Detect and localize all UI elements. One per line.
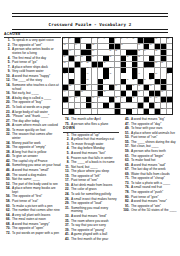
cell-number: 72: [98, 97, 100, 99]
grid-cell[interactable]: [69, 62, 74, 67]
cell-number: 38: [161, 62, 163, 64]
grid-cell-black: [132, 56, 137, 61]
grid-cell[interactable]: 60: [115, 85, 120, 90]
grid-cell[interactable]: [167, 62, 172, 67]
cell-number: 11: [155, 38, 157, 40]
cell-number: 54: [127, 79, 129, 81]
grid-cell[interactable]: [109, 91, 114, 96]
grid-cell[interactable]: [167, 50, 172, 55]
grid-cell-black: [121, 62, 126, 67]
cell-number: 2: [69, 38, 70, 40]
clue-number: 43.: [63, 238, 70, 242]
grid-cell[interactable]: 58: [69, 85, 74, 90]
grid-cell[interactable]: [63, 79, 68, 84]
grid-cell[interactable]: [149, 109, 154, 114]
grid-cell-black: [81, 73, 86, 78]
grid-cell[interactable]: [98, 109, 103, 114]
grid-cell[interactable]: 69: [69, 97, 74, 102]
cell-number: 25: [155, 50, 157, 52]
cell-number: 52: [86, 79, 88, 81]
cell-number: 59: [86, 85, 88, 87]
cell-number: 86: [132, 108, 134, 110]
grid-cell[interactable]: [86, 91, 91, 96]
cell-number: 23: [138, 50, 140, 52]
grid-cell[interactable]: 41: [92, 68, 97, 73]
clue-text: To put words on paper with a pen: [12, 232, 61, 236]
grid-cell-black: [144, 85, 149, 90]
grid-cell-black: [126, 97, 131, 102]
grid-cell[interactable]: [81, 97, 86, 102]
grid-cell[interactable]: [81, 109, 86, 114]
grid-cell[interactable]: 67: [138, 91, 143, 96]
grid-cell-black: [86, 50, 91, 55]
cell-number: 41: [92, 67, 94, 69]
grid-cell-black: [98, 79, 103, 84]
grid-cell-black: [138, 103, 143, 108]
grid-cell-black: [115, 103, 120, 108]
clue-column-3: 45.A word that means "big"47.The opposit…: [123, 118, 178, 214]
grid-cell-black: [161, 79, 166, 84]
page-title: Crossword Puzzle - Vocabulary 2: [12, 22, 168, 27]
cell-number: 71: [92, 97, 94, 99]
cell-number: 84: [167, 102, 169, 104]
cell-number: 75: [132, 97, 134, 99]
grid-cell[interactable]: [98, 44, 103, 49]
grid-cell[interactable]: 22: [115, 50, 120, 55]
grid-cell[interactable]: 11: [155, 38, 160, 43]
grid-cell-black: [81, 79, 86, 84]
cell-number: 24: [144, 50, 146, 52]
grid-cell[interactable]: 80: [109, 103, 114, 108]
cell-number: 64: [63, 91, 65, 93]
cell-number: 49: [138, 73, 140, 75]
grid-cell-black: [86, 44, 91, 49]
cell-number: 28: [81, 56, 83, 58]
crossword-grid: 1234567891011121314151617181920212223242…: [62, 37, 173, 115]
grid-cell-black: [69, 109, 74, 114]
grid-cell[interactable]: [92, 79, 97, 84]
grid-cell[interactable]: 7: [115, 38, 120, 43]
grid-cell[interactable]: 61: [132, 85, 137, 90]
grid-cell[interactable]: 70: [75, 97, 80, 102]
cell-number: 21: [109, 50, 111, 52]
clue-item: 43.The first month of the year: [63, 238, 119, 242]
cell-number: 65: [81, 91, 83, 93]
cell-number: 61: [132, 85, 134, 87]
cell-number: 45: [144, 67, 146, 69]
grid-cell[interactable]: [161, 68, 166, 73]
grid-cell[interactable]: [161, 73, 166, 78]
cell-number: 16: [121, 44, 123, 46]
grid-cell[interactable]: [144, 103, 149, 108]
grid-cell[interactable]: [115, 73, 120, 78]
cell-number: 18: [150, 44, 152, 46]
cell-number: 67: [138, 91, 140, 93]
cell-number: 63: [150, 85, 152, 87]
cell-number: 33: [63, 62, 65, 64]
clue-text: The season that comes after winter: [12, 133, 61, 140]
cell-number: 8: [121, 38, 122, 40]
grid-cell[interactable]: 64: [63, 91, 68, 96]
clue-column-1: ACROSS 1.To speak in a very quiet voice2…: [4, 33, 61, 236]
grid-cell[interactable]: [121, 73, 126, 78]
grid-cell[interactable]: 45: [144, 68, 149, 73]
clue-item: 100.One of the 50 states of the ____: [123, 209, 178, 213]
cell-number: 78: [63, 102, 65, 104]
grid-cell[interactable]: 33: [63, 62, 68, 67]
grid-cell-black: [144, 97, 149, 102]
grid-cell-black: [121, 56, 126, 61]
cell-number: 22: [115, 50, 117, 52]
grid-cell[interactable]: [63, 109, 68, 114]
grid-cell[interactable]: 39: [75, 68, 80, 73]
grid-cell[interactable]: 87: [161, 109, 166, 114]
cell-number: 47: [86, 73, 88, 75]
grid-cell[interactable]: 53: [103, 79, 108, 84]
clue-item: 54.A place where many books are kept: [4, 187, 61, 194]
clue-text: The first month of the year: [71, 238, 119, 242]
grid-cell-black: [155, 109, 160, 114]
grid-cell-black: [69, 56, 74, 61]
grid-cell[interactable]: 79: [92, 103, 97, 108]
cell-number: 36: [104, 62, 106, 64]
cell-number: 46: [63, 73, 65, 75]
grid-cell[interactable]: [81, 103, 86, 108]
grid-cell[interactable]: [149, 50, 154, 55]
clue-item: 31.Something you read every morning: [63, 207, 119, 214]
grid-cell[interactable]: [121, 50, 126, 55]
grid-cell-black: [149, 103, 154, 108]
clue-number: 54.: [4, 187, 11, 194]
cell-number: 27: [75, 56, 77, 58]
grid-cell-black: [86, 97, 91, 102]
grid-cell[interactable]: 73: [115, 97, 120, 102]
cell-number: 19: [69, 50, 71, 52]
across-clue-list-2: 74.The month after April75.A person who …: [63, 118, 119, 126]
grid-cell[interactable]: [92, 73, 97, 78]
grid-cell[interactable]: [98, 103, 103, 108]
clue-text: A place where many books are kept: [12, 187, 61, 194]
cell-number: 58: [69, 85, 71, 87]
cell-number: 42: [98, 67, 100, 69]
grid-cell[interactable]: 34: [81, 62, 86, 67]
cell-number: 35: [86, 62, 88, 64]
cell-number: 20: [92, 50, 94, 52]
grid-cell[interactable]: [126, 91, 131, 96]
cell-number: 77: [155, 97, 157, 99]
cell-number: 40: [86, 67, 88, 69]
cell-number: 30: [109, 56, 111, 58]
clue-number: 3.: [4, 48, 11, 55]
cell-number: 51: [167, 73, 169, 75]
grid-cell[interactable]: [103, 109, 108, 114]
grid-cell[interactable]: 30: [109, 56, 114, 61]
grid-cell[interactable]: [132, 44, 137, 49]
grid-cell[interactable]: 75: [132, 97, 137, 102]
cell-number: 69: [69, 97, 71, 99]
cell-number: 14: [75, 44, 77, 46]
cell-number: 68: [161, 91, 163, 93]
cell-number: 81: [121, 102, 123, 104]
cell-number: 32: [138, 56, 140, 58]
grid-cell-black: [155, 79, 160, 84]
grid-cell-black: [149, 56, 154, 61]
grid-cell-black: [132, 62, 137, 67]
grid-cell[interactable]: 78: [63, 103, 68, 108]
cell-number: 53: [104, 79, 106, 81]
clue-text: A person who flies a plane: [71, 123, 119, 127]
grid-cell[interactable]: 66: [103, 91, 108, 96]
grid-cell[interactable]: 2: [69, 38, 74, 43]
grid-cell[interactable]: 18: [149, 44, 154, 49]
grid-cell-black: [161, 44, 166, 49]
down-header: DOWN: [63, 127, 119, 132]
cell-number: 5: [98, 38, 99, 40]
grid-cell[interactable]: [144, 56, 149, 61]
cell-number: 50: [155, 73, 157, 75]
grid-cell[interactable]: 5: [98, 38, 103, 43]
grid-cell[interactable]: [126, 44, 131, 49]
grid-cell[interactable]: [115, 68, 120, 73]
grid-cell[interactable]: [149, 68, 154, 73]
grid-cell[interactable]: 16: [121, 44, 126, 49]
grid-cell[interactable]: [103, 50, 108, 55]
grid-cell-black: [161, 50, 166, 55]
grid-cell[interactable]: [167, 85, 172, 90]
cell-number: 3: [81, 38, 82, 40]
down-clue-list-2: 45.A word that means "big"47.The opposit…: [123, 118, 178, 213]
grid-cell[interactable]: 37: [155, 62, 160, 67]
cell-number: 13: [63, 44, 65, 46]
grid-cell-black: [132, 68, 137, 73]
grid-cell[interactable]: [92, 85, 97, 90]
grid-cell[interactable]: [126, 62, 131, 67]
cell-number: 37: [155, 62, 157, 64]
grid-cell[interactable]: 49: [138, 73, 143, 78]
grid-cell[interactable]: [86, 109, 91, 114]
cell-number: 60: [115, 85, 117, 87]
grid-cell[interactable]: [103, 44, 108, 49]
cell-number: 83: [161, 102, 163, 104]
grid-cell[interactable]: 54: [126, 79, 131, 84]
grid-cell[interactable]: [126, 103, 131, 108]
grid-cell[interactable]: [69, 103, 74, 108]
grid-cell[interactable]: [167, 91, 172, 96]
grid-cell[interactable]: 14: [75, 44, 80, 49]
cell-number: 87: [161, 108, 163, 110]
grid-cell[interactable]: 13: [63, 44, 68, 49]
clue-number: 31.: [63, 207, 70, 214]
cell-number: 62: [138, 85, 140, 87]
grid-cell-black: [98, 85, 103, 90]
grid-cell[interactable]: 27: [75, 56, 80, 61]
grid-cell[interactable]: 36: [103, 62, 108, 67]
grid-cell[interactable]: 59: [86, 85, 91, 90]
grid-cell[interactable]: 85: [75, 109, 80, 114]
grid-cell[interactable]: [121, 85, 126, 90]
grid-cell[interactable]: 82: [155, 103, 160, 108]
grid-cell[interactable]: [155, 85, 160, 90]
grid-cell-black: [103, 68, 108, 73]
grid-cell[interactable]: [75, 85, 80, 90]
grid-cell[interactable]: 46: [63, 73, 68, 78]
grid-cell[interactable]: [92, 109, 97, 114]
cell-number: 17: [138, 44, 140, 46]
grid-cell-black: [121, 68, 126, 73]
grid-cell[interactable]: 31: [126, 56, 131, 61]
grid-cell[interactable]: [69, 73, 74, 78]
grid-cell[interactable]: [103, 97, 108, 102]
grid-cell[interactable]: [86, 38, 91, 43]
grid-cell[interactable]: [144, 91, 149, 96]
grid-cell[interactable]: 51: [167, 73, 172, 78]
cell-number: 4: [92, 38, 93, 40]
clue-number: 32.: [4, 133, 11, 140]
grid-cell[interactable]: [115, 56, 120, 61]
grid-cell-black: [121, 79, 126, 84]
grid-cell[interactable]: 76: [149, 97, 154, 102]
grid-cell-black: [126, 85, 131, 90]
grid-cell[interactable]: 72: [98, 97, 103, 102]
grid-cell-black: [149, 62, 154, 67]
grid-cell-black: [69, 68, 74, 73]
clue-item: 3.A person who writes books or stories f…: [4, 48, 61, 55]
clue-item: 32.The season that comes after winter: [4, 133, 61, 140]
clue-number: 100.: [123, 209, 130, 213]
grid-cell[interactable]: 84: [167, 103, 172, 108]
clue-column-2: 74.The month after April75.A person who …: [63, 118, 119, 242]
grid-cell[interactable]: [81, 44, 86, 49]
cell-number: 48: [109, 73, 111, 75]
across-clue-list-1: 1.To speak in a very quiet voice2.The op…: [4, 39, 61, 235]
grid-cell-black: [144, 109, 149, 114]
grid-cell[interactable]: 50: [155, 73, 160, 78]
grid-cell[interactable]: 48: [109, 73, 114, 78]
grid-cell[interactable]: [75, 79, 80, 84]
cell-number: 39: [75, 67, 77, 69]
grid-cell[interactable]: 29: [92, 56, 97, 61]
clue-number: 72.: [4, 232, 11, 236]
cell-number: 44: [138, 67, 140, 69]
grid-cell-black: [126, 109, 131, 114]
clue-number: 14.: [4, 84, 11, 91]
grid-cell[interactable]: [138, 109, 143, 114]
grid-cell[interactable]: 63: [149, 85, 154, 90]
cell-number: 34: [81, 62, 83, 64]
grid-cell[interactable]: [167, 44, 172, 49]
grid-cell[interactable]: 38: [161, 62, 166, 67]
grid-cell[interactable]: [167, 56, 172, 61]
cell-number: 1: [63, 38, 64, 40]
grid-cell-black: [144, 38, 149, 43]
grid-cell[interactable]: [109, 109, 114, 114]
clue-text: One of the 50 states of the ____: [131, 209, 178, 213]
cell-number: 82: [155, 102, 157, 104]
grid-cell-black: [86, 103, 91, 108]
cell-number: 26: [63, 56, 65, 58]
grid-cell[interactable]: [161, 38, 166, 43]
grid-cell[interactable]: 65: [81, 91, 86, 96]
cell-number: 12: [167, 38, 169, 40]
cell-number: 56: [144, 79, 146, 81]
grid-cell[interactable]: [126, 68, 131, 73]
grid-cell[interactable]: 10: [132, 38, 137, 43]
clue-text: Someone who teaches a class at school: [12, 84, 61, 91]
cell-number: 79: [92, 102, 94, 104]
grid-cell[interactable]: [98, 73, 103, 78]
grid-cell[interactable]: 9: [126, 38, 131, 43]
cell-number: 6: [104, 38, 105, 40]
grid-cell[interactable]: 24: [144, 50, 149, 55]
grid-cell[interactable]: [167, 109, 172, 114]
clue-item: 14.Someone who teaches a class at school: [4, 84, 61, 91]
grid-cell[interactable]: [115, 62, 120, 67]
grid-cell[interactable]: [75, 73, 80, 78]
grid-cell-black: [115, 109, 120, 114]
grid-cell[interactable]: 6: [103, 38, 108, 43]
cell-number: 29: [92, 56, 94, 58]
grid-cell[interactable]: 68: [161, 91, 166, 96]
grid-cell[interactable]: 42: [98, 68, 103, 73]
cell-number: 15: [92, 44, 94, 46]
cell-number: 55: [132, 79, 134, 81]
grid-cell[interactable]: [98, 50, 103, 55]
cell-number: 76: [150, 97, 152, 99]
grid-cell[interactable]: 56: [144, 79, 149, 84]
grid-cell[interactable]: 19: [69, 50, 74, 55]
clue-item: 72.To put words on paper with a pen: [4, 232, 61, 236]
cell-number: 80: [109, 102, 111, 104]
grid-cell[interactable]: [98, 56, 103, 61]
grid-cell-black: [103, 103, 108, 108]
grid-cell[interactable]: 12: [167, 38, 172, 43]
cell-number: 66: [104, 91, 106, 93]
grid-cell[interactable]: [167, 79, 172, 84]
cell-number: 73: [115, 97, 117, 99]
cell-number: 85: [75, 108, 77, 110]
grid-cell[interactable]: 25: [155, 50, 160, 55]
cell-number: 10: [132, 38, 134, 40]
grid-cell[interactable]: [109, 79, 114, 84]
cell-number: 70: [75, 97, 77, 99]
cell-number: 7: [115, 38, 116, 40]
down-clue-list-1: 1.The opposite of "up"2.A yellow fruit t…: [63, 134, 119, 242]
grid-cell-black: [81, 68, 86, 73]
grid-cell[interactable]: [121, 109, 126, 114]
grid-cell-black: [109, 38, 114, 43]
clue-text: A person who writes books or stories for…: [12, 48, 61, 55]
cell-number: 74: [121, 97, 123, 99]
grid-cell-black: [132, 50, 137, 55]
grid-cell[interactable]: 3: [81, 38, 86, 43]
cell-number: 9: [127, 38, 128, 40]
grid-cell[interactable]: 81: [121, 103, 126, 108]
top-rule: [12, 13, 168, 17]
cell-number: 31: [127, 56, 129, 58]
grid-cell-black: [109, 85, 114, 90]
grid-cell[interactable]: 32: [138, 56, 143, 61]
clue-text: Something you read every morning: [71, 207, 119, 214]
cell-number: 43: [109, 67, 111, 69]
worksheet-page: Crossword Puzzle - Vocabulary 2 ACROSS 1…: [0, 0, 180, 256]
cell-number: 57: [150, 79, 152, 81]
grid-cell[interactable]: [138, 97, 143, 102]
grid-cell[interactable]: 86: [132, 109, 137, 114]
